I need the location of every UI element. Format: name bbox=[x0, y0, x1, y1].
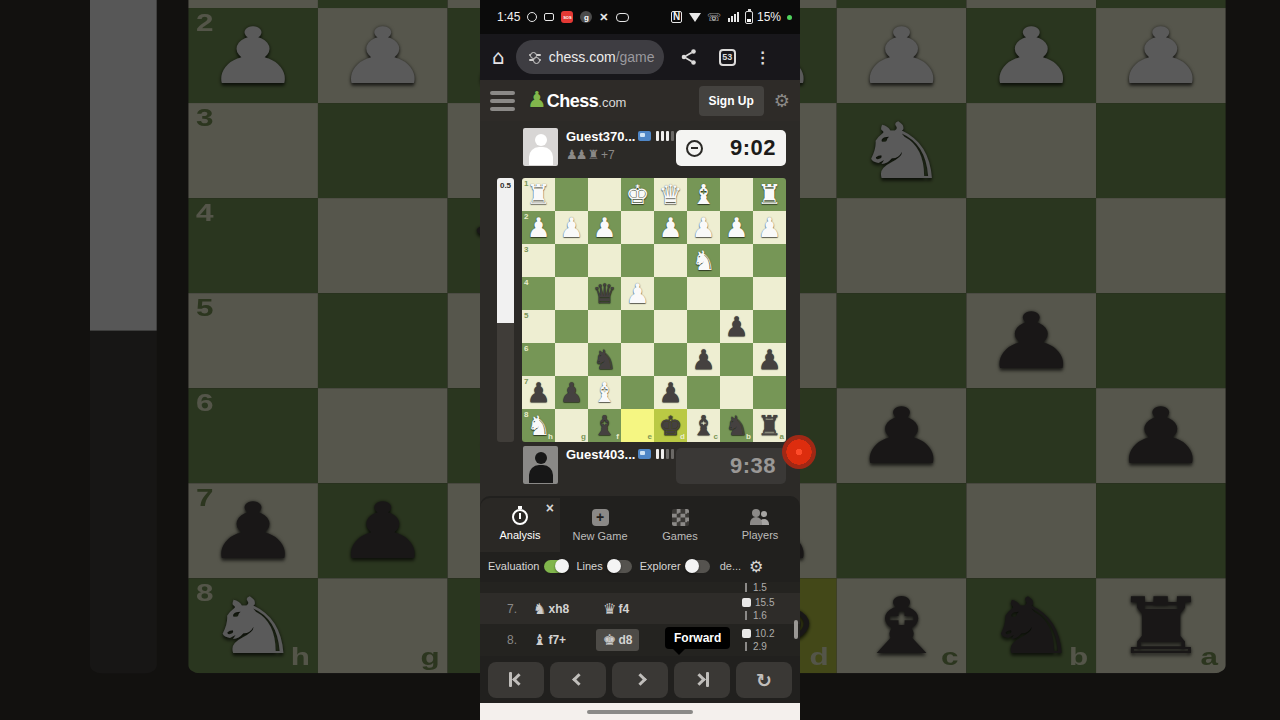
forward-tooltip: Forward bbox=[665, 627, 730, 649]
step-forward-button[interactable] bbox=[612, 662, 668, 698]
white-eval-badge bbox=[742, 598, 751, 607]
square-g4[interactable] bbox=[555, 277, 588, 310]
bottom-player-flag-icon bbox=[638, 449, 651, 459]
square-g6[interactable] bbox=[555, 343, 588, 376]
move-evaluations: 15.51.6 bbox=[742, 596, 790, 622]
square-d8[interactable]: d♚ bbox=[654, 409, 687, 442]
evaluation-value: 0.5 bbox=[497, 181, 514, 190]
rank-label: 3 bbox=[524, 245, 528, 254]
toggle-explorer[interactable] bbox=[686, 560, 710, 573]
status-bar: 1:45 SOS g ✕ N ☏ 15% bbox=[480, 0, 800, 34]
toggle-label-explorer: Explorer bbox=[640, 560, 681, 572]
white-move[interactable]: ♞xh8 bbox=[533, 600, 603, 618]
pip-icon bbox=[544, 13, 554, 21]
tab-new-game[interactable]: +New Game bbox=[560, 498, 640, 552]
analysis-settings-gear-icon[interactable]: ⚙ bbox=[749, 557, 763, 576]
tab-label: Players bbox=[742, 529, 779, 541]
go-to-start-button[interactable] bbox=[488, 662, 544, 698]
url-bar[interactable]: chess.com/game bbox=[516, 40, 664, 74]
site-settings-icon bbox=[529, 51, 541, 64]
black-knight-b8[interactable]: ♞ bbox=[720, 409, 753, 442]
black-pawn-c6[interactable]: ♟ bbox=[687, 343, 720, 376]
white-eval-badge bbox=[742, 629, 751, 638]
captured-piece-icons: ♟♟ ♜ bbox=[566, 147, 597, 162]
home-indicator[interactable] bbox=[587, 710, 693, 714]
share-icon bbox=[680, 48, 698, 66]
clock-minus-icon bbox=[686, 140, 703, 157]
square-d5[interactable] bbox=[654, 310, 687, 343]
move-number: 8. bbox=[507, 633, 533, 647]
black-move[interactable]: ♛f4 bbox=[603, 600, 673, 618]
analysis-toggles: EvaluationLinesExplorerde...⚙ bbox=[480, 552, 800, 580]
square-f7[interactable]: ♝ bbox=[588, 376, 621, 409]
url-path: /game bbox=[616, 49, 655, 65]
white-bishop-f7[interactable]: ♝ bbox=[588, 376, 621, 409]
move-navigation: ↻ bbox=[480, 656, 800, 703]
truncated-option-label: de... bbox=[720, 560, 741, 572]
logo-suffix: .com bbox=[598, 95, 626, 110]
black-move[interactable]: ♚d8 bbox=[596, 629, 639, 651]
home-icon[interactable]: ⌂ bbox=[492, 45, 505, 69]
square-b2[interactable]: ♟ bbox=[720, 211, 753, 244]
square-f8[interactable]: f♝ bbox=[588, 409, 621, 442]
square-h2[interactable]: 2♟ bbox=[522, 211, 555, 244]
white-pawn-d2[interactable]: ♟ bbox=[654, 211, 687, 244]
flip-board-button[interactable]: ↻ bbox=[736, 662, 792, 698]
white-move[interactable]: ♝f7+ bbox=[533, 631, 603, 649]
browser-toolbar: ⌂ chess.com/game 53 ⋮ bbox=[480, 34, 800, 80]
g-app-icon: g bbox=[580, 11, 592, 23]
black-bishop-c8[interactable]: ♝ bbox=[687, 409, 720, 442]
move-piece-icon: ♛ bbox=[603, 600, 616, 618]
white-pawn-f2[interactable]: ♟ bbox=[588, 211, 621, 244]
top-player-clock: 9:02 bbox=[676, 130, 786, 166]
square-g2[interactable]: ♟ bbox=[555, 211, 588, 244]
square-a3[interactable] bbox=[753, 244, 786, 277]
square-f6[interactable]: ♞ bbox=[588, 343, 621, 376]
square-g3[interactable] bbox=[555, 244, 588, 277]
square-c1[interactable]: ♝ bbox=[687, 178, 720, 211]
sign-up-button[interactable]: Sign Up bbox=[699, 86, 764, 116]
square-c2[interactable]: ♟ bbox=[687, 211, 720, 244]
avatar[interactable] bbox=[523, 128, 558, 166]
black-queen-f4[interactable]: ♛ bbox=[588, 277, 621, 310]
chesscom-logo[interactable]: ♟ Chess.com bbox=[527, 89, 626, 112]
white-knight-c3[interactable]: ♞ bbox=[687, 244, 720, 277]
people-icon bbox=[750, 509, 770, 525]
tab-games[interactable]: Games bbox=[640, 498, 720, 552]
square-d7[interactable]: ♟ bbox=[654, 376, 687, 409]
white-pawn-h2[interactable]: ♟ bbox=[522, 211, 555, 244]
top-player-connection-icon bbox=[656, 131, 676, 141]
move-evaluations: 1.5 bbox=[742, 582, 790, 593]
toggle-label-lines: Lines bbox=[576, 560, 602, 572]
square-e6[interactable] bbox=[621, 343, 654, 376]
go-to-end-button[interactable] bbox=[674, 662, 730, 698]
checkerboard-icon bbox=[672, 509, 689, 526]
white-knight-h8[interactable]: ♞ bbox=[522, 409, 555, 442]
screenshot-stage: 0.5 1♜♚♛♝♜2♟♟♟♟♟♟♟3♞4♛♟5♟6♞♟♟7♟♟♝♟8h♞gf♝… bbox=[0, 0, 1280, 720]
bottom-player-name[interactable]: Guest403... bbox=[566, 447, 635, 462]
panel-tabs: Analysis×+New GameGamesPlayers bbox=[480, 498, 800, 552]
tab-players[interactable]: Players bbox=[720, 498, 800, 552]
square-f5[interactable] bbox=[588, 310, 621, 343]
square-c8[interactable]: c♝ bbox=[687, 409, 720, 442]
square-h4[interactable]: 4 bbox=[522, 277, 555, 310]
square-d3[interactable] bbox=[654, 244, 687, 277]
square-c7[interactable] bbox=[687, 376, 720, 409]
black-pawn-h7[interactable]: ♟ bbox=[522, 376, 555, 409]
square-d1[interactable]: ♛ bbox=[654, 178, 687, 211]
white-pawn-b2[interactable]: ♟ bbox=[720, 211, 753, 244]
share-button[interactable] bbox=[680, 48, 698, 66]
square-h5[interactable]: 5 bbox=[522, 310, 555, 343]
scrollbar-thumb[interactable] bbox=[794, 620, 798, 639]
toggle-label-evaluation: Evaluation bbox=[488, 560, 539, 572]
rank-label: 5 bbox=[524, 311, 528, 320]
logo-pawn-icon: ♟ bbox=[527, 89, 547, 111]
square-f2[interactable]: ♟ bbox=[588, 211, 621, 244]
rank-label: 4 bbox=[524, 278, 528, 287]
move-piece-icon: ♞ bbox=[533, 600, 546, 618]
plus-square-icon: + bbox=[592, 509, 609, 526]
sos-badge: SOS bbox=[561, 11, 573, 23]
recording-indicator bbox=[782, 435, 816, 469]
square-h8[interactable]: 8h♞ bbox=[522, 409, 555, 442]
bottom-clock-time: 9:38 bbox=[730, 453, 776, 479]
square-b1[interactable] bbox=[720, 178, 753, 211]
square-c5[interactable] bbox=[687, 310, 720, 343]
square-b7[interactable] bbox=[720, 376, 753, 409]
move-number: 7. bbox=[507, 602, 533, 616]
top-player-name[interactable]: Guest370... bbox=[566, 129, 635, 144]
bottom-player-row: Guest403... 9:38 bbox=[480, 446, 800, 490]
square-a1[interactable]: ♜ bbox=[753, 178, 786, 211]
black-rook-a8[interactable]: ♜ bbox=[753, 409, 786, 442]
move-piece-icon: ♚ bbox=[603, 631, 616, 649]
black-king-d8[interactable]: ♚ bbox=[654, 409, 687, 442]
tab-label: New Game bbox=[572, 530, 627, 542]
board-area: 0.5 1♜♚♛♝♜2♟♟♟♟♟♟♟3♞4♛♟5♟6♞♟♟7♟♟♝♟8h♞gf♝… bbox=[497, 178, 786, 442]
black-pawn-g7[interactable]: ♟ bbox=[555, 376, 588, 409]
hamburger-menu-button[interactable] bbox=[490, 87, 515, 115]
square-c4[interactable] bbox=[687, 277, 720, 310]
square-e5[interactable] bbox=[621, 310, 654, 343]
top-player-row: Guest370... ♟♟ ♜ +7 9:02 bbox=[480, 128, 800, 172]
square-a7[interactable] bbox=[753, 376, 786, 409]
white-pawn-g2[interactable]: ♟ bbox=[555, 211, 588, 244]
square-b3[interactable] bbox=[720, 244, 753, 277]
square-h6[interactable]: 6 bbox=[522, 343, 555, 376]
square-g5[interactable] bbox=[555, 310, 588, 343]
x-app-icon: ✕ bbox=[599, 11, 608, 24]
square-h1[interactable]: 1♜ bbox=[522, 178, 555, 211]
toggle-evaluation[interactable] bbox=[544, 560, 568, 573]
square-g7[interactable]: ♟ bbox=[555, 376, 588, 409]
white-rook-a1[interactable]: ♜ bbox=[753, 178, 786, 211]
toggle-lines[interactable] bbox=[608, 560, 632, 573]
status-time: 1:45 bbox=[497, 10, 520, 24]
step-back-button[interactable] bbox=[550, 662, 606, 698]
square-e2[interactable] bbox=[621, 211, 654, 244]
square-g8[interactable]: g bbox=[555, 409, 588, 442]
square-h7[interactable]: 7♟ bbox=[522, 376, 555, 409]
bottom-player-clock: 9:38 bbox=[676, 448, 786, 484]
top-clock-time: 9:02 bbox=[730, 135, 776, 161]
logo-text: Chess bbox=[547, 91, 599, 112]
square-d4[interactable] bbox=[654, 277, 687, 310]
url-host: chess.com bbox=[549, 49, 616, 65]
call-icon: ☏ bbox=[707, 11, 721, 24]
nfc-icon: N bbox=[671, 11, 682, 23]
analysis-panel: Analysis×+New GameGamesPlayers Evaluatio… bbox=[480, 496, 800, 703]
bottom-player-connection-icon bbox=[656, 449, 676, 459]
square-e8[interactable]: e bbox=[621, 409, 654, 442]
square-e3[interactable] bbox=[621, 244, 654, 277]
move-evaluations: 10.22.9 bbox=[742, 627, 790, 653]
top-player-flag-icon bbox=[638, 131, 651, 141]
phone-screen: 1:45 SOS g ✕ N ☏ 15% ⌂ chess.com/game bbox=[480, 0, 800, 720]
square-b6[interactable] bbox=[720, 343, 753, 376]
black-eval-bar bbox=[745, 642, 747, 651]
white-pawn-a2[interactable]: ♟ bbox=[753, 211, 786, 244]
tab-label: Games bbox=[662, 530, 697, 542]
browser-menu-button[interactable]: ⋮ bbox=[755, 48, 771, 67]
android-gesture-bar bbox=[480, 703, 800, 720]
settings-gear-icon[interactable]: ⚙ bbox=[774, 90, 790, 111]
site-header: ♟ Chess.com Sign Up ⚙ bbox=[480, 80, 800, 121]
square-e1[interactable]: ♚ bbox=[621, 178, 654, 211]
tab-label: Analysis bbox=[500, 529, 541, 541]
file-label: g bbox=[581, 432, 586, 441]
square-a5[interactable] bbox=[753, 310, 786, 343]
battery-percent: 15% bbox=[757, 10, 781, 24]
tab-analysis[interactable]: Analysis× bbox=[480, 498, 560, 552]
black-pawn-a6[interactable]: ♟ bbox=[753, 343, 786, 376]
square-e4[interactable]: ♟ bbox=[621, 277, 654, 310]
white-rook-h1[interactable]: ♜ bbox=[522, 178, 555, 211]
square-c3[interactable]: ♞ bbox=[687, 244, 720, 277]
square-b5[interactable]: ♟ bbox=[720, 310, 753, 343]
black-eval-bar bbox=[745, 611, 747, 620]
wifi-icon bbox=[689, 13, 701, 22]
evaluation-bar: 0.5 bbox=[497, 178, 514, 442]
white-king-e1[interactable]: ♚ bbox=[621, 178, 654, 211]
camera-icon bbox=[527, 12, 537, 22]
black-pawn-b5[interactable]: ♟ bbox=[720, 310, 753, 343]
square-a2[interactable]: ♟ bbox=[753, 211, 786, 244]
black-eval-bar bbox=[745, 583, 747, 592]
captured-score: +7 bbox=[601, 148, 615, 162]
file-label: e bbox=[648, 432, 652, 441]
square-f3[interactable] bbox=[588, 244, 621, 277]
rank-label: 6 bbox=[524, 344, 528, 353]
square-f4[interactable]: ♛ bbox=[588, 277, 621, 310]
stopwatch-icon bbox=[512, 509, 528, 525]
avatar[interactable] bbox=[523, 446, 558, 484]
move-list: 1.57.♞xh8♛f415.51.68.♝f7+♚d810.22.9 Forw… bbox=[480, 582, 800, 656]
move-row-8: 8.♝f7+♚d810.22.9 bbox=[480, 624, 800, 656]
signal-bars-icon bbox=[727, 12, 739, 22]
recorder-icon bbox=[616, 13, 629, 22]
move-row-7: 7.♞xh8♛f415.51.6 bbox=[480, 593, 800, 624]
move-row-6: 1.5 bbox=[480, 582, 800, 593]
square-d6[interactable] bbox=[654, 343, 687, 376]
white-queen-d1[interactable]: ♛ bbox=[654, 178, 687, 211]
square-a8[interactable]: a♜ bbox=[753, 409, 786, 442]
battery-icon bbox=[745, 11, 753, 24]
square-e7[interactable] bbox=[621, 376, 654, 409]
square-c6[interactable]: ♟ bbox=[687, 343, 720, 376]
move-piece-icon: ♝ bbox=[533, 631, 546, 649]
square-b4[interactable] bbox=[720, 277, 753, 310]
square-d2[interactable]: ♟ bbox=[654, 211, 687, 244]
black-knight-f6[interactable]: ♞ bbox=[588, 343, 621, 376]
square-b8[interactable]: b♞ bbox=[720, 409, 753, 442]
captured-pieces: ♟♟ ♜ +7 bbox=[566, 147, 615, 162]
black-bishop-f8[interactable]: ♝ bbox=[588, 409, 621, 442]
square-a6[interactable]: ♟ bbox=[753, 343, 786, 376]
green-dot bbox=[787, 15, 792, 20]
white-pawn-e4[interactable]: ♟ bbox=[621, 277, 654, 310]
tab-count-button[interactable]: 53 bbox=[719, 49, 736, 66]
white-bishop-c1[interactable]: ♝ bbox=[687, 178, 720, 211]
close-panel-icon[interactable]: × bbox=[546, 500, 554, 516]
black-pawn-d7[interactable]: ♟ bbox=[654, 376, 687, 409]
square-h3[interactable]: 3 bbox=[522, 244, 555, 277]
square-f1[interactable] bbox=[588, 178, 621, 211]
white-pawn-c2[interactable]: ♟ bbox=[687, 211, 720, 244]
square-a4[interactable] bbox=[753, 277, 786, 310]
chess-board: 1♜♚♛♝♜2♟♟♟♟♟♟♟3♞4♛♟5♟6♞♟♟7♟♟♝♟8h♞gf♝ed♚c… bbox=[522, 178, 786, 442]
square-g1[interactable] bbox=[555, 178, 588, 211]
